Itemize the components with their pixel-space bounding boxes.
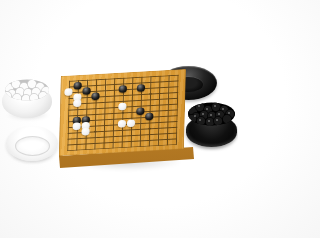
intersection[interactable] — [135, 143, 144, 149]
intersection[interactable] — [171, 141, 180, 147]
go-set-product-photo: { "game": "go", "board": { "size": 13, "… — [0, 0, 238, 238]
intersection[interactable] — [71, 146, 80, 152]
intersection[interactable] — [108, 144, 117, 150]
white-stones-in-bowl — [4, 79, 50, 101]
intersection[interactable] — [80, 146, 89, 152]
board-intersections — [62, 71, 182, 153]
intersection[interactable] — [117, 144, 126, 150]
white-bowl-lid — [6, 126, 58, 161]
intersection[interactable] — [62, 147, 71, 153]
white-lid-inner-ring — [15, 136, 50, 156]
white-stone-bowl — [2, 79, 53, 120]
intersection[interactable] — [144, 142, 153, 148]
intersection[interactable] — [126, 143, 135, 149]
black-stones-in-bowl — [187, 102, 236, 126]
intersection[interactable] — [162, 141, 171, 147]
go-board — [59, 69, 186, 156]
intersection[interactable] — [98, 145, 107, 151]
black-stone-bowl — [186, 102, 237, 150]
intersection[interactable] — [153, 142, 162, 148]
intersection[interactable] — [89, 145, 98, 151]
